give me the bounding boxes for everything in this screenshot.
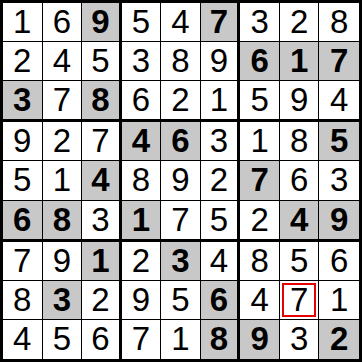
cell-r4c4[interactable]: 4 [122, 122, 162, 161]
cell-r2c3[interactable]: 5 [82, 42, 122, 81]
cell-r9c1[interactable]: 4 [3, 320, 43, 359]
cell-r6c4[interactable]: 1 [122, 201, 162, 242]
cell-r7c9[interactable]: 6 [319, 242, 359, 281]
cell-r5c6[interactable]: 2 [201, 161, 241, 200]
cell-r9c6[interactable]: 8 [201, 320, 241, 359]
cell-r1c8[interactable]: 2 [280, 3, 320, 42]
cell-r7c8[interactable]: 5 [280, 242, 320, 281]
cell-r1c6[interactable]: 7 [201, 3, 241, 42]
cell-r6c1[interactable]: 6 [3, 201, 43, 242]
cell-r4c5[interactable]: 6 [161, 122, 201, 161]
cell-r5c7[interactable]: 7 [240, 161, 280, 200]
cell-r3c7[interactable]: 5 [240, 81, 280, 122]
cell-r9c7[interactable]: 9 [240, 320, 280, 359]
cell-r1c3[interactable]: 9 [82, 3, 122, 42]
cell-r9c3[interactable]: 6 [82, 320, 122, 359]
cell-r6c8[interactable]: 4 [280, 201, 320, 242]
cell-r9c2[interactable]: 5 [43, 320, 83, 359]
cell-r5c2[interactable]: 1 [43, 161, 83, 200]
cell-r1c9[interactable]: 8 [319, 3, 359, 42]
cell-r7c2[interactable]: 9 [43, 242, 83, 281]
cell-r7c3[interactable]: 1 [82, 242, 122, 281]
cell-r8c6[interactable]: 6 [201, 281, 241, 320]
cell-r1c1[interactable]: 1 [3, 3, 43, 42]
cell-r8c8[interactable]: 7 [280, 281, 320, 320]
cell-r2c5[interactable]: 8 [161, 42, 201, 81]
cell-r7c6[interactable]: 4 [201, 242, 241, 281]
cell-r1c5[interactable]: 4 [161, 3, 201, 42]
cell-r9c8[interactable]: 3 [280, 320, 320, 359]
cell-r2c8[interactable]: 1 [280, 42, 320, 81]
cell-r8c4[interactable]: 9 [122, 281, 162, 320]
cell-r8c9[interactable]: 1 [319, 281, 359, 320]
cell-r3c8[interactable]: 9 [280, 81, 320, 122]
cell-r8c5[interactable]: 5 [161, 281, 201, 320]
cell-r7c4[interactable]: 2 [122, 242, 162, 281]
cell-r2c6[interactable]: 9 [201, 42, 241, 81]
cell-r8c7[interactable]: 4 [240, 281, 280, 320]
cell-r7c5[interactable]: 3 [161, 242, 201, 281]
cell-r8c3[interactable]: 2 [82, 281, 122, 320]
cell-r5c5[interactable]: 9 [161, 161, 201, 200]
cell-r3c2[interactable]: 7 [43, 81, 83, 122]
cell-r4c7[interactable]: 1 [240, 122, 280, 161]
cell-r6c9[interactable]: 9 [319, 201, 359, 242]
cell-r6c3[interactable]: 3 [82, 201, 122, 242]
cell-r4c9[interactable]: 5 [319, 122, 359, 161]
cell-r2c1[interactable]: 2 [3, 42, 43, 81]
cell-r6c7[interactable]: 2 [240, 201, 280, 242]
cell-r9c4[interactable]: 7 [122, 320, 162, 359]
cell-r4c2[interactable]: 2 [43, 122, 83, 161]
cell-r1c2[interactable]: 6 [43, 3, 83, 42]
cell-r8c1[interactable]: 8 [3, 281, 43, 320]
cell-r2c7[interactable]: 6 [240, 42, 280, 81]
cell-r4c6[interactable]: 3 [201, 122, 241, 161]
cell-r7c7[interactable]: 8 [240, 242, 280, 281]
cell-r4c3[interactable]: 7 [82, 122, 122, 161]
cell-r9c5[interactable]: 1 [161, 320, 201, 359]
cell-r5c9[interactable]: 3 [319, 161, 359, 200]
cell-r3c6[interactable]: 1 [201, 81, 241, 122]
cell-r5c8[interactable]: 6 [280, 161, 320, 200]
cell-r3c5[interactable]: 2 [161, 81, 201, 122]
cell-r7c1[interactable]: 7 [3, 242, 43, 281]
cell-r2c2[interactable]: 4 [43, 42, 83, 81]
cell-r5c3[interactable]: 4 [82, 161, 122, 200]
cell-r4c8[interactable]: 8 [280, 122, 320, 161]
cell-r4c1[interactable]: 9 [3, 122, 43, 161]
cell-r9c9[interactable]: 2 [319, 320, 359, 359]
cell-r5c4[interactable]: 8 [122, 161, 162, 200]
cell-r8c2[interactable]: 3 [43, 281, 83, 320]
cell-r6c2[interactable]: 8 [43, 201, 83, 242]
cell-r3c3[interactable]: 8 [82, 81, 122, 122]
cell-r3c1[interactable]: 3 [3, 81, 43, 122]
cell-r1c7[interactable]: 3 [240, 3, 280, 42]
cell-r2c4[interactable]: 3 [122, 42, 162, 81]
cell-r1c4[interactable]: 5 [122, 3, 162, 42]
sudoku-board: 1695473282453896173786215949274631855148… [0, 0, 362, 362]
cell-r3c4[interactable]: 6 [122, 81, 162, 122]
cell-r6c5[interactable]: 7 [161, 201, 201, 242]
cell-r3c9[interactable]: 4 [319, 81, 359, 122]
cell-r2c9[interactable]: 7 [319, 42, 359, 81]
cell-r6c6[interactable]: 5 [201, 201, 241, 242]
cell-r5c1[interactable]: 5 [3, 161, 43, 200]
